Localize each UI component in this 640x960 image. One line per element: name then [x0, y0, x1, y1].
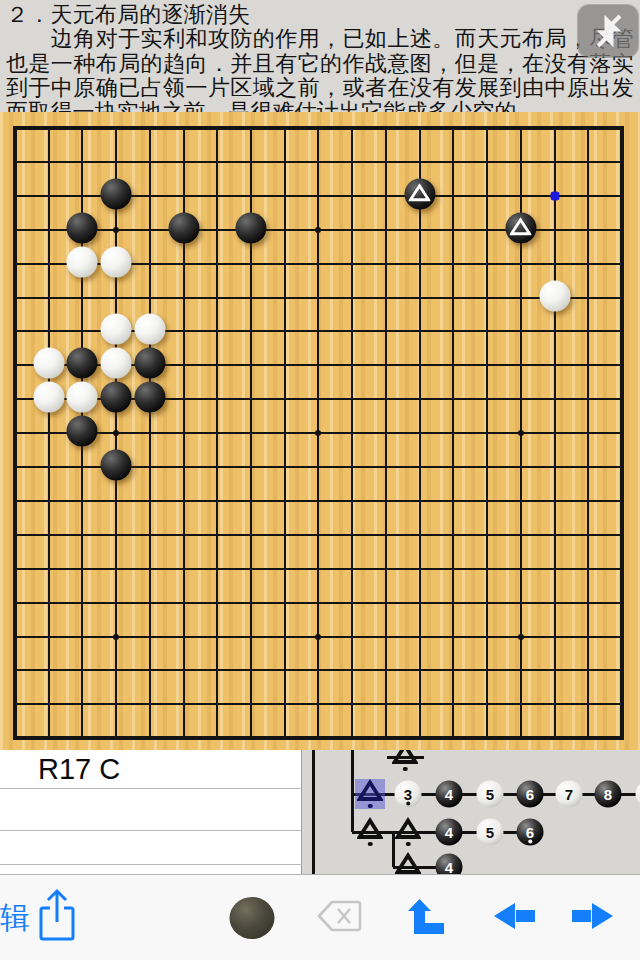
white-stone: [134, 314, 165, 345]
black-stone: [67, 416, 98, 447]
white-stone: [67, 246, 98, 277]
game-tree-panel[interactable]: 3456784564: [302, 750, 640, 874]
grid-line: [620, 126, 624, 740]
white-stone: [33, 348, 64, 379]
grid-line: [13, 736, 624, 740]
go-board[interactable]: [0, 112, 640, 750]
tree-node-black-stone[interactable]: 4: [436, 819, 463, 846]
tree-node-white-stone[interactable]: [636, 781, 640, 808]
tree-node-white-stone[interactable]: 5: [477, 819, 504, 846]
bar-arrow-right-icon: [568, 917, 616, 934]
tree-node-black-stone[interactable]: 4: [436, 781, 463, 808]
share-button[interactable]: [32, 886, 82, 950]
share-icon: [32, 932, 82, 949]
black-stone-icon: [230, 897, 275, 939]
star-point: [113, 634, 119, 640]
tree-node-black-stone[interactable]: 4: [436, 854, 463, 875]
tree-node-setup-triangle[interactable]: [357, 781, 383, 807]
tree-node-setup-triangle[interactable]: [395, 819, 421, 845]
star-point: [113, 227, 119, 233]
triangle-node-icon: [392, 750, 418, 766]
tree-node-black-stone[interactable]: 6: [517, 781, 544, 808]
star-point: [315, 634, 321, 640]
star-point: [315, 227, 321, 233]
grid-line: [351, 126, 353, 740]
arrow-left-bar-icon: [491, 917, 539, 934]
grid-line: [13, 669, 624, 671]
triangle-node-icon: [357, 817, 383, 841]
black-stone: [67, 212, 98, 243]
tree-node-black-stone[interactable]: 8: [595, 781, 622, 808]
bottom-toolbar: 编辑: [0, 874, 640, 960]
grid-line: [13, 602, 624, 604]
up-elbow-arrow-icon: [402, 923, 448, 940]
black-stone: [168, 212, 199, 243]
header-line: ２．天元布局的逐渐消失: [6, 3, 634, 27]
star-point: [113, 430, 119, 436]
black-stone: [236, 212, 267, 243]
star-point: [518, 430, 524, 436]
black-stone: [505, 212, 536, 243]
previous-move-button[interactable]: [491, 901, 539, 935]
info-panel: R17 C: [0, 750, 302, 874]
header-line: 到于中原确已占领一片区域之前，或者在没有发展到由中原出发: [6, 76, 634, 100]
grid-line: [13, 534, 624, 536]
black-stone: [101, 382, 132, 413]
grid-line: [554, 126, 556, 740]
star-point: [315, 430, 321, 436]
triangle-node-icon: [395, 817, 421, 841]
tree-branch-line: [351, 750, 354, 832]
white-stone: [101, 314, 132, 345]
backspace-button[interactable]: [315, 898, 365, 938]
header-text: ２．天元布局的逐渐消失 边角对于实利和攻防的作用，已如上述。而天元布局，尽管 也…: [0, 0, 640, 112]
white-stone: [101, 348, 132, 379]
triangle-node-icon: [357, 779, 383, 803]
black-stone: [101, 450, 132, 481]
up-to-parent-button[interactable]: [402, 895, 448, 941]
collapse-button[interactable]: [578, 5, 638, 57]
info-row-current-node[interactable]: R17 C: [0, 750, 302, 789]
info-row[interactable]: [0, 789, 302, 831]
triangle-mark: [510, 217, 532, 236]
current-player-stone[interactable]: [230, 897, 275, 939]
grid-line: [385, 126, 387, 740]
white-stone: [101, 246, 132, 277]
grid-line: [13, 500, 624, 502]
blue-dot-mark: [550, 191, 559, 200]
tree-branch-line: [312, 750, 315, 874]
tree-node-setup-triangle[interactable]: [392, 750, 418, 770]
comment-dot: [406, 801, 411, 806]
star-point: [518, 634, 524, 640]
tree-node-white-stone[interactable]: 3: [395, 781, 422, 808]
header-line: 而取得一块实地之前，是很难估计出它能成多少空的。: [6, 100, 634, 112]
comment-dot: [528, 839, 533, 844]
backspace-icon: [315, 920, 365, 937]
tree-node-setup-triangle[interactable]: [395, 854, 421, 874]
next-move-button[interactable]: [568, 901, 616, 935]
white-stone: [67, 382, 98, 413]
tree-node-setup-triangle[interactable]: [357, 819, 383, 845]
white-stone: [33, 382, 64, 413]
info-row[interactable]: [0, 831, 302, 865]
triangle-mark: [409, 184, 431, 203]
tree-node-black-stone[interactable]: 6: [517, 819, 544, 846]
tree-node-white-stone[interactable]: 7: [556, 781, 583, 808]
grid-line: [587, 126, 589, 740]
grid-line: [486, 126, 488, 740]
tree-node-white-stone[interactable]: 5: [477, 781, 504, 808]
grid-line: [13, 568, 624, 570]
black-stone: [101, 178, 132, 209]
grid-line: [13, 703, 624, 705]
black-stone: [404, 178, 435, 209]
white-stone: [539, 280, 570, 311]
black-stone: [134, 348, 165, 379]
black-stone: [67, 348, 98, 379]
app-screen: ２．天元布局的逐渐消失 边角对于实利和攻防的作用，已如上述。而天元布局，尽管 也…: [0, 0, 640, 960]
grid-line: [452, 126, 454, 740]
grid-line: [419, 126, 421, 740]
header-line: 边角对于实利和攻防的作用，已如上述。而天元布局，尽管: [6, 27, 634, 51]
header-line: 也是一种布局的趋向．并且有它的作战意图，但是，在没有落实: [6, 52, 634, 76]
triangle-node-icon: [395, 852, 421, 874]
black-stone: [134, 382, 165, 413]
edit-button[interactable]: 编辑: [0, 897, 30, 938]
